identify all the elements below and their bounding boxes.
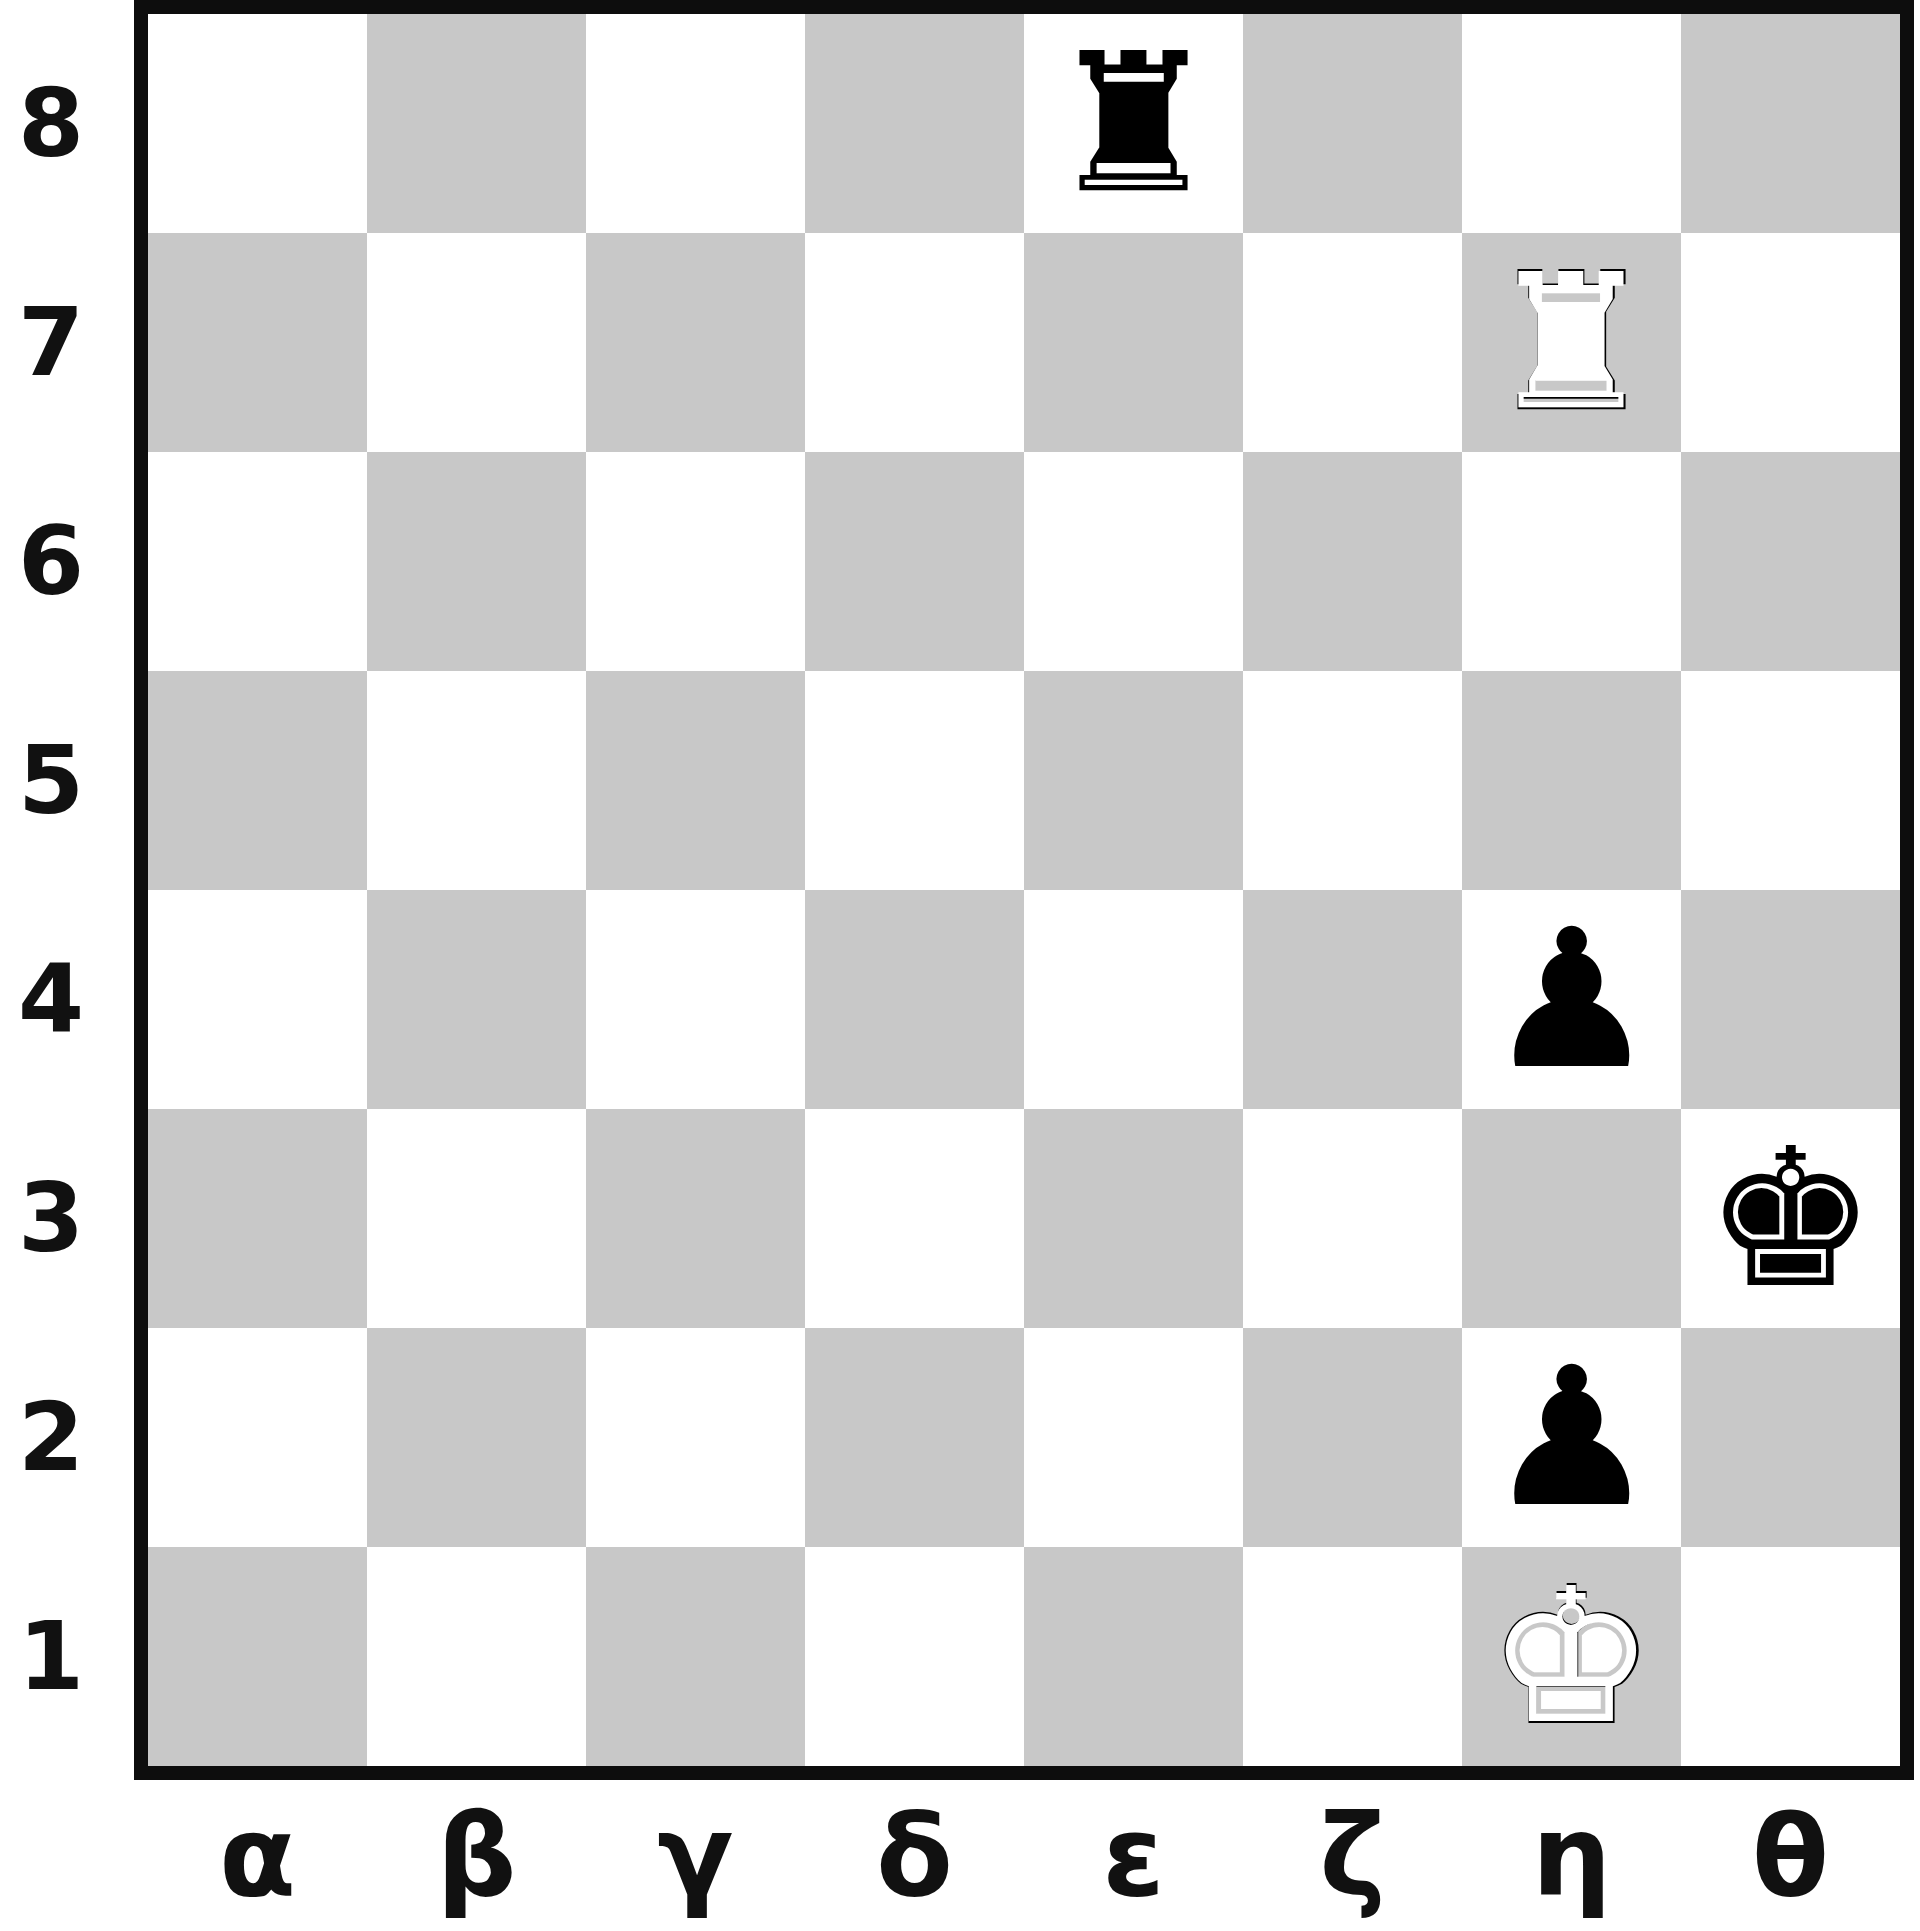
black-king-glyph: ♚ xyxy=(1704,1123,1876,1315)
square-a1[interactable] xyxy=(148,1547,367,1766)
square-b8[interactable] xyxy=(367,14,586,233)
file-labels: αβγδεζηθ xyxy=(148,1780,1900,1931)
square-d7[interactable] xyxy=(805,233,1024,452)
rank-label-6: 6 xyxy=(0,452,132,671)
square-c7[interactable] xyxy=(586,233,805,452)
black-king[interactable]: ♚ xyxy=(1704,1123,1876,1315)
chess-board: ♜♜♖♟♚♟♚♔ xyxy=(134,0,1914,1780)
square-b1[interactable] xyxy=(367,1547,586,1766)
square-f4[interactable] xyxy=(1243,890,1462,1109)
rank-label-1: 1 xyxy=(0,1547,132,1766)
square-e7[interactable] xyxy=(1024,233,1243,452)
square-g4[interactable]: ♟ xyxy=(1462,890,1681,1109)
square-h7[interactable] xyxy=(1681,233,1900,452)
rank-label-3: 3 xyxy=(0,1109,132,1328)
square-a4[interactable] xyxy=(148,890,367,1109)
square-c1[interactable] xyxy=(586,1547,805,1766)
square-e1[interactable] xyxy=(1024,1547,1243,1766)
square-b3[interactable] xyxy=(367,1109,586,1328)
square-a2[interactable] xyxy=(148,1328,367,1547)
square-a5[interactable] xyxy=(148,671,367,890)
chess-diagram: 87654321 ♜♜♖♟♚♟♚♔ αβγδεζηθ xyxy=(0,0,1920,1931)
square-g1[interactable]: ♚♔ xyxy=(1462,1547,1681,1766)
square-d3[interactable] xyxy=(805,1109,1024,1328)
black-pawn[interactable]: ♟ xyxy=(1485,904,1657,1096)
square-c6[interactable] xyxy=(586,452,805,671)
square-c3[interactable] xyxy=(586,1109,805,1328)
file-label-b: β xyxy=(367,1780,586,1931)
file-label-e: ε xyxy=(1024,1780,1243,1931)
white-rook[interactable]: ♜♖ xyxy=(1485,247,1657,439)
square-d6[interactable] xyxy=(805,452,1024,671)
square-f5[interactable] xyxy=(1243,671,1462,890)
square-g7[interactable]: ♜♖ xyxy=(1462,233,1681,452)
square-g2[interactable]: ♟ xyxy=(1462,1328,1681,1547)
square-g3[interactable] xyxy=(1462,1109,1681,1328)
square-e5[interactable] xyxy=(1024,671,1243,890)
square-c2[interactable] xyxy=(586,1328,805,1547)
square-h4[interactable] xyxy=(1681,890,1900,1109)
square-c8[interactable] xyxy=(586,14,805,233)
file-label-f: ζ xyxy=(1243,1780,1462,1931)
square-g8[interactable] xyxy=(1462,14,1681,233)
square-b5[interactable] xyxy=(367,671,586,890)
square-e4[interactable] xyxy=(1024,890,1243,1109)
square-f2[interactable] xyxy=(1243,1328,1462,1547)
square-a3[interactable] xyxy=(148,1109,367,1328)
rank-label-5: 5 xyxy=(0,671,132,890)
square-a7[interactable] xyxy=(148,233,367,452)
white-king-fill: ♚ xyxy=(1488,1563,1655,1749)
square-c4[interactable] xyxy=(586,890,805,1109)
square-h8[interactable] xyxy=(1681,14,1900,233)
file-label-h: θ xyxy=(1681,1780,1900,1931)
square-e3[interactable] xyxy=(1024,1109,1243,1328)
square-e6[interactable] xyxy=(1024,452,1243,671)
square-f8[interactable] xyxy=(1243,14,1462,233)
square-a8[interactable] xyxy=(148,14,367,233)
file-label-g: η xyxy=(1462,1780,1681,1931)
rank-labels: 87654321 xyxy=(0,14,132,1766)
black-rook[interactable]: ♜ xyxy=(1047,28,1219,220)
square-e8[interactable]: ♜ xyxy=(1024,14,1243,233)
square-a6[interactable] xyxy=(148,452,367,671)
square-d2[interactable] xyxy=(805,1328,1024,1547)
square-f7[interactable] xyxy=(1243,233,1462,452)
white-king[interactable]: ♚♔ xyxy=(1485,1561,1657,1753)
rank-label-4: 4 xyxy=(0,890,132,1109)
square-f1[interactable] xyxy=(1243,1547,1462,1766)
white-rook-fill: ♜ xyxy=(1488,249,1655,435)
file-label-c: γ xyxy=(586,1780,805,1931)
square-e2[interactable] xyxy=(1024,1328,1243,1547)
square-h5[interactable] xyxy=(1681,671,1900,890)
square-h1[interactable] xyxy=(1681,1547,1900,1766)
square-g5[interactable] xyxy=(1462,671,1681,890)
square-f3[interactable] xyxy=(1243,1109,1462,1328)
square-h2[interactable] xyxy=(1681,1328,1900,1547)
black-pawn[interactable]: ♟ xyxy=(1485,1342,1657,1534)
square-b6[interactable] xyxy=(367,452,586,671)
square-d4[interactable] xyxy=(805,890,1024,1109)
file-label-a: α xyxy=(148,1780,367,1931)
square-b4[interactable] xyxy=(367,890,586,1109)
square-d1[interactable] xyxy=(805,1547,1024,1766)
square-b2[interactable] xyxy=(367,1328,586,1547)
square-c5[interactable] xyxy=(586,671,805,890)
rank-label-8: 8 xyxy=(0,14,132,233)
black-rook-glyph: ♜ xyxy=(1047,28,1219,220)
square-h3[interactable]: ♚ xyxy=(1681,1109,1900,1328)
square-h6[interactable] xyxy=(1681,452,1900,671)
file-label-d: δ xyxy=(805,1780,1024,1931)
square-f6[interactable] xyxy=(1243,452,1462,671)
black-pawn-glyph: ♟ xyxy=(1485,904,1657,1096)
square-d5[interactable] xyxy=(805,671,1024,890)
square-d8[interactable] xyxy=(805,14,1024,233)
black-pawn-glyph: ♟ xyxy=(1485,1342,1657,1534)
square-b7[interactable] xyxy=(367,233,586,452)
rank-label-7: 7 xyxy=(0,233,132,452)
rank-label-2: 2 xyxy=(0,1328,132,1547)
square-g6[interactable] xyxy=(1462,452,1681,671)
